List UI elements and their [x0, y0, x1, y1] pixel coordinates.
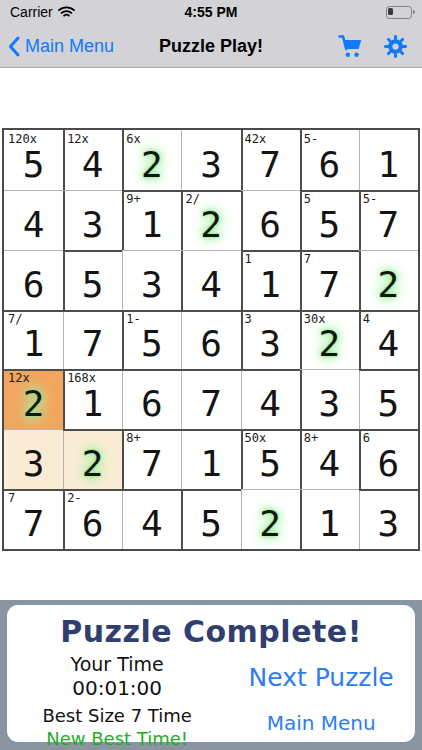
- cage-label: 7: [8, 492, 15, 505]
- cell-r6c5[interactable]: 50x5: [241, 429, 300, 489]
- cage-label: 50x: [245, 432, 267, 445]
- cell-r1c4[interactable]: 3: [181, 130, 240, 190]
- cell-r4c4[interactable]: 6: [181, 310, 240, 370]
- cell-r5c4[interactable]: 7: [181, 369, 240, 429]
- cell-digit: 4: [141, 506, 163, 542]
- new-best-time-label: New Best Time!: [46, 728, 188, 749]
- panel-title: Puzzle Complete!: [7, 614, 415, 649]
- cell-digit: 4: [82, 147, 104, 183]
- cage-label: 8+: [126, 432, 140, 445]
- cell-r1c6[interactable]: 5-6: [300, 130, 359, 190]
- cell-r6c3[interactable]: 8+7: [122, 429, 181, 489]
- cell-r7c5[interactable]: 2: [241, 489, 300, 549]
- cage-label: 30x: [304, 313, 326, 326]
- cell-r3c4[interactable]: 4: [181, 250, 240, 310]
- cell-r3c3[interactable]: 3: [122, 250, 181, 310]
- cell-digit: 7: [200, 386, 222, 422]
- cell-r2c4[interactable]: 2/2: [181, 190, 240, 250]
- cell-r7c2[interactable]: 2-6: [63, 489, 122, 549]
- next-puzzle-button[interactable]: Next Puzzle: [249, 663, 394, 692]
- cage-label: 12x: [8, 372, 30, 385]
- cell-digit: 1: [23, 326, 45, 362]
- cell-r4c2[interactable]: 7: [63, 310, 122, 370]
- cell-r1c7[interactable]: 1: [359, 130, 418, 190]
- cell-digit: 1: [141, 207, 163, 243]
- cell-digit: 3: [259, 326, 281, 362]
- cell-digit: 2: [82, 446, 104, 482]
- cage-label: 4: [363, 313, 370, 326]
- cell-digit: 3: [141, 267, 163, 303]
- cell-digit: 1: [82, 386, 104, 422]
- cell-r1c3[interactable]: 6x2: [122, 130, 181, 190]
- your-time-label: Your Time: [71, 653, 164, 675]
- cage-label: 5: [304, 193, 311, 206]
- cell-digit: 6: [318, 147, 340, 183]
- cell-r5c1[interactable]: 12x2: [4, 369, 63, 429]
- cell-r6c1[interactable]: 3: [4, 429, 63, 489]
- cell-digit: 4: [378, 326, 400, 362]
- best-time-label: Best Size 7 Time: [42, 705, 191, 726]
- cell-r6c7[interactable]: 66: [359, 429, 418, 489]
- cell-digit: 2: [200, 207, 222, 243]
- cell-r6c6[interactable]: 8+4: [300, 429, 359, 489]
- cell-r3c1[interactable]: 6: [4, 250, 63, 310]
- cell-digit: 6: [141, 386, 163, 422]
- cage-label: 7/: [8, 313, 22, 326]
- cage-label: 5-: [363, 193, 377, 206]
- cage-label: 8+: [304, 432, 318, 445]
- cage-label: 6: [363, 432, 370, 445]
- cage-label: 6x: [126, 133, 140, 146]
- back-button[interactable]: Main Menu: [8, 24, 114, 68]
- cell-digit: 4: [23, 207, 45, 243]
- cage-label: 3: [245, 313, 252, 326]
- cell-digit: 5: [200, 506, 222, 542]
- cage-label: 5-: [304, 133, 318, 146]
- cell-r4c5[interactable]: 33: [241, 310, 300, 370]
- back-button-label: Main Menu: [25, 36, 114, 57]
- cell-r3c5[interactable]: 11: [241, 250, 300, 310]
- cell-digit: 7: [82, 326, 104, 362]
- cell-r4c6[interactable]: 30x2: [300, 310, 359, 370]
- cell-r4c7[interactable]: 44: [359, 310, 418, 370]
- cell-r2c3[interactable]: 9+1: [122, 190, 181, 250]
- main-menu-button[interactable]: Main Menu: [267, 711, 376, 735]
- cell-digit: 1: [318, 506, 340, 542]
- cell-r2c5[interactable]: 6: [241, 190, 300, 250]
- cage-label: 2-: [67, 492, 81, 505]
- cell-r6c4[interactable]: 1: [181, 429, 240, 489]
- shopping-cart-icon[interactable]: [338, 34, 365, 58]
- your-time-value: 00:01:00: [72, 676, 162, 700]
- cell-r2c7[interactable]: 5-7: [359, 190, 418, 250]
- cell-digit: 1: [378, 147, 400, 183]
- cell-digit: 5: [378, 386, 400, 422]
- cell-digit: 2: [141, 147, 163, 183]
- cell-r7c4[interactable]: 5: [181, 489, 240, 549]
- cell-digit: 7: [318, 267, 340, 303]
- cell-digit: 6: [82, 506, 104, 542]
- cell-digit: 6: [378, 446, 400, 482]
- cell-r7c7[interactable]: 3: [359, 489, 418, 549]
- cell-r5c6[interactable]: 3: [300, 369, 359, 429]
- cell-r7c3[interactable]: 4: [122, 489, 181, 549]
- cell-r5c5[interactable]: 4: [241, 369, 300, 429]
- settings-gear-icon[interactable]: [383, 34, 408, 59]
- cell-digit: 3: [82, 207, 104, 243]
- carrier-label: Carrier: [10, 4, 53, 20]
- cell-digit: 5: [259, 446, 281, 482]
- page-title: Puzzle Play!: [159, 24, 263, 68]
- cell-r3c6[interactable]: 77: [300, 250, 359, 310]
- cell-digit: 2: [378, 267, 400, 303]
- cell-r4c1[interactable]: 7/1: [4, 310, 63, 370]
- cell-digit: 3: [200, 147, 222, 183]
- status-bar: Carrier 4:55 PM: [0, 0, 422, 24]
- cell-r7c1[interactable]: 77: [4, 489, 63, 549]
- cell-r2c6[interactable]: 55: [300, 190, 359, 250]
- cage-label: 42x: [245, 133, 267, 146]
- navigation-bar: Main Menu Puzzle Play!: [0, 24, 422, 68]
- cell-digit: 1: [200, 446, 222, 482]
- wifi-icon: [58, 6, 75, 18]
- cell-r4c3[interactable]: 1-5: [122, 310, 181, 370]
- cell-r3c2[interactable]: 5: [63, 250, 122, 310]
- cell-digit: 7: [23, 506, 45, 542]
- cell-r2c2[interactable]: 3: [63, 190, 122, 250]
- cell-r1c5[interactable]: 42x7: [241, 130, 300, 190]
- chevron-left-icon: [8, 36, 20, 57]
- cell-digit: 7: [141, 446, 163, 482]
- cell-digit: 1: [259, 267, 281, 303]
- cell-r2c1[interactable]: 4: [4, 190, 63, 250]
- battery-icon: [386, 6, 412, 19]
- cell-r6c2[interactable]: 2: [63, 429, 122, 489]
- cell-digit: 5: [318, 207, 340, 243]
- cage-label: 1: [245, 253, 252, 266]
- clock: 4:55 PM: [185, 4, 238, 20]
- cell-digit: 6: [23, 267, 45, 303]
- cage-label: 120x: [8, 133, 37, 146]
- cage-label: 7: [304, 253, 311, 266]
- cell-digit: 5: [141, 326, 163, 362]
- cage-label: 168x: [67, 372, 96, 385]
- cage-label: 12x: [67, 133, 89, 146]
- cell-digit: 4: [318, 446, 340, 482]
- cell-r7c6[interactable]: 1: [300, 489, 359, 549]
- cell-r5c3[interactable]: 6: [122, 369, 181, 429]
- cell-digit: 7: [378, 207, 400, 243]
- cell-digit: 5: [23, 147, 45, 183]
- cell-digit: 7: [259, 147, 281, 183]
- cell-r5c7[interactable]: 5: [359, 369, 418, 429]
- cell-digit: 3: [378, 506, 400, 542]
- cell-digit: 6: [259, 207, 281, 243]
- cell-digit: 4: [259, 386, 281, 422]
- cell-digit: 4: [200, 267, 222, 303]
- cage-label: 9+: [126, 193, 140, 206]
- cell-digit: 3: [318, 386, 340, 422]
- cell-r1c2[interactable]: 12x4: [63, 130, 122, 190]
- cell-digit: 2: [259, 506, 281, 542]
- cell-digit: 5: [82, 267, 104, 303]
- cage-label: 2/: [185, 193, 199, 206]
- cell-digit: 3: [23, 446, 45, 482]
- cell-r1c1[interactable]: 120x5: [4, 130, 63, 190]
- cell-r3c7[interactable]: 2: [359, 250, 418, 310]
- cell-digit: 2: [23, 386, 45, 422]
- cell-r5c2[interactable]: 168x1: [63, 369, 122, 429]
- puzzle-complete-panel: Puzzle Complete! Your Time 00:01:00 Best…: [5, 603, 417, 744]
- cell-digit: 2: [318, 326, 340, 362]
- cage-label: 1-: [126, 313, 140, 326]
- puzzle-grid: 120x512x46x2342x75-61439+12/26555-765341…: [2, 128, 420, 551]
- cell-digit: 6: [200, 326, 222, 362]
